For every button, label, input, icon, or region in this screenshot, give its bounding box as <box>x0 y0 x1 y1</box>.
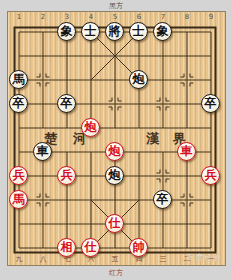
coord-label: 8 <box>185 14 189 21</box>
piece-red-soldier[interactable]: 兵 <box>201 166 220 185</box>
piece-black-advisor[interactable]: 士 <box>81 22 100 41</box>
black-side-label: 黑方 <box>0 1 232 11</box>
coord-label: 2 <box>41 14 45 21</box>
piece-black-soldier[interactable]: 卒 <box>9 94 28 113</box>
piece-black-soldier[interactable]: 卒 <box>201 94 220 113</box>
piece-black-soldier[interactable]: 卒 <box>57 94 76 113</box>
piece-red-soldier[interactable]: 兵 <box>57 166 76 185</box>
coord-label: 9 <box>209 14 213 21</box>
coord-label: 3 <box>65 14 69 21</box>
coord-label: 4 <box>89 14 93 21</box>
coord-label: 三 <box>160 256 167 263</box>
piece-red-cannon[interactable]: 炮 <box>81 118 100 137</box>
coord-label: 八 <box>40 256 47 263</box>
piece-black-elephant[interactable]: 象 <box>153 22 172 41</box>
coord-label: 四 <box>136 256 143 263</box>
piece-red-general[interactable]: 帥 <box>129 238 148 257</box>
coord-label: 6 <box>137 14 141 21</box>
coord-label: 1 <box>17 14 21 21</box>
piece-black-cannon[interactable]: 炮 <box>129 70 148 89</box>
piece-black-general[interactable]: 將 <box>105 22 124 41</box>
piece-black-horse[interactable]: 馬 <box>9 70 28 89</box>
red-side-label: 红方 <box>0 268 232 278</box>
coord-label: 5 <box>113 14 117 21</box>
coord-label: 六 <box>88 256 95 263</box>
piece-red-soldier[interactable]: 兵 <box>9 166 28 185</box>
piece-red-cannon[interactable]: 炮 <box>105 142 124 161</box>
coord-label: 九 <box>16 256 23 263</box>
coord-label: 五 <box>112 256 119 263</box>
piece-red-chariot[interactable]: 車 <box>177 142 196 161</box>
piece-black-elephant[interactable]: 象 <box>57 22 76 41</box>
piece-black-soldier[interactable]: 卒 <box>153 190 172 209</box>
watermark: 百度经验 <box>186 253 222 262</box>
piece-black-advisor[interactable]: 士 <box>129 22 148 41</box>
xiangqi-board[interactable]: 123456789 九八七六五四三二一 楚河 漢界 象士將士象馬炮卒卒卒炮車炮車… <box>7 11 226 266</box>
coord-label: 7 <box>161 14 165 21</box>
piece-red-advisor[interactable]: 仕 <box>105 214 124 233</box>
piece-black-cannon[interactable]: 炮 <box>105 166 124 185</box>
coord-label: 七 <box>64 256 71 263</box>
piece-red-elephant[interactable]: 相 <box>57 238 76 257</box>
piece-black-chariot[interactable]: 車 <box>33 142 52 161</box>
piece-red-horse[interactable]: 馬 <box>9 190 28 209</box>
piece-red-advisor[interactable]: 仕 <box>81 238 100 257</box>
